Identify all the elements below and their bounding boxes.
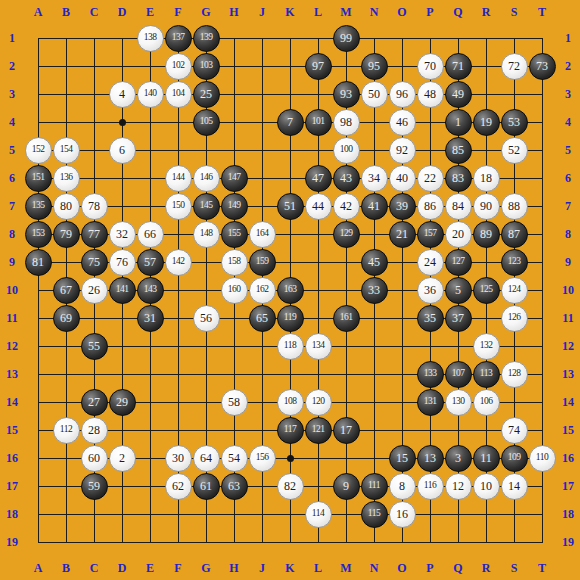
intersection-M18[interactable] bbox=[332, 500, 360, 528]
intersection-C13[interactable] bbox=[80, 360, 108, 388]
intersection-B1[interactable] bbox=[52, 24, 80, 52]
intersection-Q17[interactable]: 12 bbox=[444, 472, 472, 500]
intersection-L17[interactable] bbox=[304, 472, 332, 500]
intersection-R9[interactable] bbox=[472, 248, 500, 276]
intersection-P14[interactable]: 131 bbox=[416, 388, 444, 416]
intersection-E4[interactable] bbox=[136, 108, 164, 136]
intersection-J4[interactable] bbox=[248, 108, 276, 136]
intersection-T6[interactable] bbox=[528, 164, 556, 192]
intersection-P11[interactable]: 35 bbox=[416, 304, 444, 332]
intersection-G15[interactable] bbox=[192, 416, 220, 444]
intersection-T19[interactable] bbox=[528, 528, 556, 556]
intersection-K13[interactable] bbox=[276, 360, 304, 388]
intersection-H9[interactable]: 158 bbox=[220, 248, 248, 276]
intersection-B18[interactable] bbox=[52, 500, 80, 528]
intersection-P7[interactable]: 86 bbox=[416, 192, 444, 220]
intersection-J13[interactable] bbox=[248, 360, 276, 388]
intersection-O6[interactable]: 40 bbox=[388, 164, 416, 192]
intersection-E19[interactable] bbox=[136, 528, 164, 556]
intersection-T10[interactable] bbox=[528, 276, 556, 304]
intersection-C16[interactable]: 60 bbox=[80, 444, 108, 472]
intersection-T15[interactable] bbox=[528, 416, 556, 444]
intersection-Q18[interactable] bbox=[444, 500, 472, 528]
intersection-P19[interactable] bbox=[416, 528, 444, 556]
intersection-H11[interactable] bbox=[220, 304, 248, 332]
intersection-H19[interactable] bbox=[220, 528, 248, 556]
intersection-O15[interactable] bbox=[388, 416, 416, 444]
intersection-M2[interactable] bbox=[332, 52, 360, 80]
intersection-J7[interactable] bbox=[248, 192, 276, 220]
intersection-M19[interactable] bbox=[332, 528, 360, 556]
intersection-C9[interactable]: 75 bbox=[80, 248, 108, 276]
intersection-P8[interactable]: 157 bbox=[416, 220, 444, 248]
intersection-L1[interactable] bbox=[304, 24, 332, 52]
intersection-C7[interactable]: 78 bbox=[80, 192, 108, 220]
intersection-J19[interactable] bbox=[248, 528, 276, 556]
intersection-K16[interactable] bbox=[276, 444, 304, 472]
intersection-E16[interactable] bbox=[136, 444, 164, 472]
intersection-Q1[interactable] bbox=[444, 24, 472, 52]
intersection-N16[interactable] bbox=[360, 444, 388, 472]
intersection-F4[interactable] bbox=[164, 108, 192, 136]
intersection-Q19[interactable] bbox=[444, 528, 472, 556]
intersection-J8[interactable]: 164 bbox=[248, 220, 276, 248]
intersection-T18[interactable] bbox=[528, 500, 556, 528]
intersection-E17[interactable] bbox=[136, 472, 164, 500]
intersection-O1[interactable] bbox=[388, 24, 416, 52]
intersection-K14[interactable]: 108 bbox=[276, 388, 304, 416]
intersection-O8[interactable]: 21 bbox=[388, 220, 416, 248]
intersection-R6[interactable]: 18 bbox=[472, 164, 500, 192]
intersection-R12[interactable]: 132 bbox=[472, 332, 500, 360]
intersection-S9[interactable]: 123 bbox=[500, 248, 528, 276]
intersection-P6[interactable]: 22 bbox=[416, 164, 444, 192]
intersection-F12[interactable] bbox=[164, 332, 192, 360]
intersection-O2[interactable] bbox=[388, 52, 416, 80]
intersection-G7[interactable]: 145 bbox=[192, 192, 220, 220]
intersection-E11[interactable]: 31 bbox=[136, 304, 164, 332]
intersection-K18[interactable] bbox=[276, 500, 304, 528]
intersection-T5[interactable] bbox=[528, 136, 556, 164]
intersection-D19[interactable] bbox=[108, 528, 136, 556]
intersection-O4[interactable]: 46 bbox=[388, 108, 416, 136]
intersection-K4[interactable]: 7 bbox=[276, 108, 304, 136]
intersection-F8[interactable] bbox=[164, 220, 192, 248]
intersection-D4[interactable] bbox=[108, 108, 136, 136]
intersection-H16[interactable]: 54 bbox=[220, 444, 248, 472]
intersection-P15[interactable] bbox=[416, 416, 444, 444]
intersection-O11[interactable] bbox=[388, 304, 416, 332]
intersection-O3[interactable]: 96 bbox=[388, 80, 416, 108]
intersection-J5[interactable] bbox=[248, 136, 276, 164]
intersection-L11[interactable] bbox=[304, 304, 332, 332]
intersection-A18[interactable] bbox=[24, 500, 52, 528]
intersection-S4[interactable]: 53 bbox=[500, 108, 528, 136]
intersection-R8[interactable]: 89 bbox=[472, 220, 500, 248]
intersection-L12[interactable]: 134 bbox=[304, 332, 332, 360]
intersection-N5[interactable] bbox=[360, 136, 388, 164]
intersection-B6[interactable]: 136 bbox=[52, 164, 80, 192]
intersection-K11[interactable]: 119 bbox=[276, 304, 304, 332]
intersection-D18[interactable] bbox=[108, 500, 136, 528]
intersection-H3[interactable] bbox=[220, 80, 248, 108]
intersection-H2[interactable] bbox=[220, 52, 248, 80]
intersection-C11[interactable] bbox=[80, 304, 108, 332]
intersection-A12[interactable] bbox=[24, 332, 52, 360]
intersection-Q4[interactable]: 1 bbox=[444, 108, 472, 136]
intersection-Q10[interactable]: 5 bbox=[444, 276, 472, 304]
intersection-L16[interactable] bbox=[304, 444, 332, 472]
intersection-N18[interactable]: 115 bbox=[360, 500, 388, 528]
intersection-F16[interactable]: 30 bbox=[164, 444, 192, 472]
intersection-B12[interactable] bbox=[52, 332, 80, 360]
intersection-H12[interactable] bbox=[220, 332, 248, 360]
intersection-F10[interactable] bbox=[164, 276, 192, 304]
intersection-E14[interactable] bbox=[136, 388, 164, 416]
intersection-A10[interactable] bbox=[24, 276, 52, 304]
intersection-D3[interactable]: 4 bbox=[108, 80, 136, 108]
intersection-F13[interactable] bbox=[164, 360, 192, 388]
intersection-R2[interactable] bbox=[472, 52, 500, 80]
intersection-S10[interactable]: 124 bbox=[500, 276, 528, 304]
intersection-S6[interactable] bbox=[500, 164, 528, 192]
intersection-A5[interactable]: 152 bbox=[24, 136, 52, 164]
intersection-Q7[interactable]: 84 bbox=[444, 192, 472, 220]
intersection-F7[interactable]: 150 bbox=[164, 192, 192, 220]
intersection-P1[interactable] bbox=[416, 24, 444, 52]
intersection-P10[interactable]: 36 bbox=[416, 276, 444, 304]
intersection-A11[interactable] bbox=[24, 304, 52, 332]
intersection-Q2[interactable]: 71 bbox=[444, 52, 472, 80]
intersection-C12[interactable]: 55 bbox=[80, 332, 108, 360]
intersection-E9[interactable]: 57 bbox=[136, 248, 164, 276]
intersection-P17[interactable]: 116 bbox=[416, 472, 444, 500]
intersection-M5[interactable]: 100 bbox=[332, 136, 360, 164]
intersection-P13[interactable]: 133 bbox=[416, 360, 444, 388]
intersection-S5[interactable]: 52 bbox=[500, 136, 528, 164]
intersection-A6[interactable]: 151 bbox=[24, 164, 52, 192]
intersection-R10[interactable]: 125 bbox=[472, 276, 500, 304]
intersection-S3[interactable] bbox=[500, 80, 528, 108]
intersection-K19[interactable] bbox=[276, 528, 304, 556]
intersection-N1[interactable] bbox=[360, 24, 388, 52]
intersection-E2[interactable] bbox=[136, 52, 164, 80]
intersection-C10[interactable]: 26 bbox=[80, 276, 108, 304]
intersection-G3[interactable]: 25 bbox=[192, 80, 220, 108]
intersection-S19[interactable] bbox=[500, 528, 528, 556]
intersection-G14[interactable] bbox=[192, 388, 220, 416]
intersection-H4[interactable] bbox=[220, 108, 248, 136]
intersection-H14[interactable]: 58 bbox=[220, 388, 248, 416]
intersection-G16[interactable]: 64 bbox=[192, 444, 220, 472]
intersection-R4[interactable]: 19 bbox=[472, 108, 500, 136]
intersection-F1[interactable]: 137 bbox=[164, 24, 192, 52]
intersection-C8[interactable]: 77 bbox=[80, 220, 108, 248]
intersection-L10[interactable] bbox=[304, 276, 332, 304]
intersection-O7[interactable]: 39 bbox=[388, 192, 416, 220]
intersection-G12[interactable] bbox=[192, 332, 220, 360]
intersection-Q12[interactable] bbox=[444, 332, 472, 360]
intersection-A17[interactable] bbox=[24, 472, 52, 500]
intersection-F5[interactable] bbox=[164, 136, 192, 164]
intersection-N6[interactable]: 34 bbox=[360, 164, 388, 192]
intersection-T1[interactable] bbox=[528, 24, 556, 52]
intersection-B8[interactable]: 79 bbox=[52, 220, 80, 248]
intersection-B19[interactable] bbox=[52, 528, 80, 556]
intersection-D17[interactable] bbox=[108, 472, 136, 500]
intersection-H18[interactable] bbox=[220, 500, 248, 528]
intersection-G9[interactable] bbox=[192, 248, 220, 276]
intersection-H10[interactable]: 160 bbox=[220, 276, 248, 304]
intersection-B2[interactable] bbox=[52, 52, 80, 80]
intersection-C2[interactable] bbox=[80, 52, 108, 80]
intersection-C4[interactable] bbox=[80, 108, 108, 136]
intersection-J6[interactable] bbox=[248, 164, 276, 192]
intersection-M6[interactable]: 43 bbox=[332, 164, 360, 192]
intersection-D5[interactable]: 6 bbox=[108, 136, 136, 164]
intersection-R5[interactable] bbox=[472, 136, 500, 164]
intersection-B10[interactable]: 67 bbox=[52, 276, 80, 304]
intersection-Q9[interactable]: 127 bbox=[444, 248, 472, 276]
intersection-L4[interactable]: 101 bbox=[304, 108, 332, 136]
intersection-R15[interactable] bbox=[472, 416, 500, 444]
intersection-N8[interactable] bbox=[360, 220, 388, 248]
intersection-T4[interactable] bbox=[528, 108, 556, 136]
intersection-G17[interactable]: 61 bbox=[192, 472, 220, 500]
intersection-L6[interactable]: 47 bbox=[304, 164, 332, 192]
intersection-E8[interactable]: 66 bbox=[136, 220, 164, 248]
intersection-P5[interactable] bbox=[416, 136, 444, 164]
intersection-L8[interactable] bbox=[304, 220, 332, 248]
intersection-B17[interactable] bbox=[52, 472, 80, 500]
intersection-T3[interactable] bbox=[528, 80, 556, 108]
intersection-J10[interactable]: 162 bbox=[248, 276, 276, 304]
intersection-M7[interactable]: 42 bbox=[332, 192, 360, 220]
intersection-S7[interactable]: 88 bbox=[500, 192, 528, 220]
intersection-D2[interactable] bbox=[108, 52, 136, 80]
intersection-A4[interactable] bbox=[24, 108, 52, 136]
intersection-T16[interactable]: 110 bbox=[528, 444, 556, 472]
intersection-J11[interactable]: 65 bbox=[248, 304, 276, 332]
intersection-D11[interactable] bbox=[108, 304, 136, 332]
intersection-J17[interactable] bbox=[248, 472, 276, 500]
intersection-F3[interactable]: 104 bbox=[164, 80, 192, 108]
intersection-N7[interactable]: 41 bbox=[360, 192, 388, 220]
intersection-S1[interactable] bbox=[500, 24, 528, 52]
intersection-O5[interactable]: 92 bbox=[388, 136, 416, 164]
intersection-J12[interactable] bbox=[248, 332, 276, 360]
intersection-N2[interactable]: 95 bbox=[360, 52, 388, 80]
intersection-D14[interactable]: 29 bbox=[108, 388, 136, 416]
intersection-N19[interactable] bbox=[360, 528, 388, 556]
intersection-B3[interactable] bbox=[52, 80, 80, 108]
intersection-J14[interactable] bbox=[248, 388, 276, 416]
intersection-S2[interactable]: 72 bbox=[500, 52, 528, 80]
intersection-N15[interactable] bbox=[360, 416, 388, 444]
intersection-R17[interactable]: 10 bbox=[472, 472, 500, 500]
intersection-T7[interactable] bbox=[528, 192, 556, 220]
intersection-N10[interactable]: 33 bbox=[360, 276, 388, 304]
intersection-D6[interactable] bbox=[108, 164, 136, 192]
intersection-L5[interactable] bbox=[304, 136, 332, 164]
intersection-K9[interactable] bbox=[276, 248, 304, 276]
intersection-Q3[interactable]: 49 bbox=[444, 80, 472, 108]
intersection-E13[interactable] bbox=[136, 360, 164, 388]
intersection-N11[interactable] bbox=[360, 304, 388, 332]
intersection-T9[interactable] bbox=[528, 248, 556, 276]
intersection-R7[interactable]: 90 bbox=[472, 192, 500, 220]
intersection-L14[interactable]: 120 bbox=[304, 388, 332, 416]
intersection-D16[interactable]: 2 bbox=[108, 444, 136, 472]
intersection-O9[interactable] bbox=[388, 248, 416, 276]
intersection-R18[interactable] bbox=[472, 500, 500, 528]
intersection-A9[interactable]: 81 bbox=[24, 248, 52, 276]
intersection-Q15[interactable] bbox=[444, 416, 472, 444]
intersection-K8[interactable] bbox=[276, 220, 304, 248]
intersection-K5[interactable] bbox=[276, 136, 304, 164]
intersection-E6[interactable] bbox=[136, 164, 164, 192]
intersection-G19[interactable] bbox=[192, 528, 220, 556]
intersection-H6[interactable]: 147 bbox=[220, 164, 248, 192]
intersection-J2[interactable] bbox=[248, 52, 276, 80]
intersection-G18[interactable] bbox=[192, 500, 220, 528]
intersection-M1[interactable]: 99 bbox=[332, 24, 360, 52]
intersection-G2[interactable]: 103 bbox=[192, 52, 220, 80]
intersection-N12[interactable] bbox=[360, 332, 388, 360]
intersection-B7[interactable]: 80 bbox=[52, 192, 80, 220]
intersection-O17[interactable]: 8 bbox=[388, 472, 416, 500]
intersection-Q8[interactable]: 20 bbox=[444, 220, 472, 248]
intersection-K12[interactable]: 118 bbox=[276, 332, 304, 360]
intersection-D1[interactable] bbox=[108, 24, 136, 52]
intersection-B5[interactable]: 154 bbox=[52, 136, 80, 164]
intersection-N14[interactable] bbox=[360, 388, 388, 416]
intersection-N13[interactable] bbox=[360, 360, 388, 388]
intersection-D12[interactable] bbox=[108, 332, 136, 360]
intersection-H17[interactable]: 63 bbox=[220, 472, 248, 500]
intersection-L19[interactable] bbox=[304, 528, 332, 556]
intersection-R14[interactable]: 106 bbox=[472, 388, 500, 416]
intersection-O10[interactable] bbox=[388, 276, 416, 304]
intersection-M10[interactable] bbox=[332, 276, 360, 304]
intersection-A14[interactable] bbox=[24, 388, 52, 416]
intersection-O18[interactable]: 16 bbox=[388, 500, 416, 528]
intersection-S14[interactable] bbox=[500, 388, 528, 416]
intersection-M12[interactable] bbox=[332, 332, 360, 360]
intersection-M9[interactable] bbox=[332, 248, 360, 276]
intersection-E10[interactable]: 143 bbox=[136, 276, 164, 304]
intersection-M15[interactable]: 17 bbox=[332, 416, 360, 444]
intersection-R3[interactable] bbox=[472, 80, 500, 108]
intersection-L3[interactable] bbox=[304, 80, 332, 108]
intersection-C15[interactable]: 28 bbox=[80, 416, 108, 444]
intersection-B15[interactable]: 112 bbox=[52, 416, 80, 444]
intersection-F15[interactable] bbox=[164, 416, 192, 444]
intersection-H8[interactable]: 155 bbox=[220, 220, 248, 248]
intersection-C18[interactable] bbox=[80, 500, 108, 528]
intersection-C3[interactable] bbox=[80, 80, 108, 108]
intersection-H7[interactable]: 149 bbox=[220, 192, 248, 220]
intersection-K6[interactable] bbox=[276, 164, 304, 192]
intersection-L7[interactable]: 44 bbox=[304, 192, 332, 220]
intersection-Q14[interactable]: 130 bbox=[444, 388, 472, 416]
intersection-G5[interactable] bbox=[192, 136, 220, 164]
intersection-C1[interactable] bbox=[80, 24, 108, 52]
intersection-M3[interactable]: 93 bbox=[332, 80, 360, 108]
intersection-K17[interactable]: 82 bbox=[276, 472, 304, 500]
intersection-L13[interactable] bbox=[304, 360, 332, 388]
intersection-S8[interactable]: 87 bbox=[500, 220, 528, 248]
intersection-H13[interactable] bbox=[220, 360, 248, 388]
intersection-B16[interactable] bbox=[52, 444, 80, 472]
intersection-C17[interactable]: 59 bbox=[80, 472, 108, 500]
intersection-C19[interactable] bbox=[80, 528, 108, 556]
intersection-A3[interactable] bbox=[24, 80, 52, 108]
intersection-F6[interactable]: 144 bbox=[164, 164, 192, 192]
intersection-M16[interactable] bbox=[332, 444, 360, 472]
intersection-N4[interactable] bbox=[360, 108, 388, 136]
intersection-C6[interactable] bbox=[80, 164, 108, 192]
intersection-L2[interactable]: 97 bbox=[304, 52, 332, 80]
intersection-J18[interactable] bbox=[248, 500, 276, 528]
intersection-O12[interactable] bbox=[388, 332, 416, 360]
intersection-O14[interactable] bbox=[388, 388, 416, 416]
intersection-R16[interactable]: 11 bbox=[472, 444, 500, 472]
intersection-S13[interactable]: 128 bbox=[500, 360, 528, 388]
intersection-S17[interactable]: 14 bbox=[500, 472, 528, 500]
intersection-P2[interactable]: 70 bbox=[416, 52, 444, 80]
intersection-Q5[interactable]: 85 bbox=[444, 136, 472, 164]
intersection-J16[interactable]: 156 bbox=[248, 444, 276, 472]
intersection-T8[interactable] bbox=[528, 220, 556, 248]
intersection-A19[interactable] bbox=[24, 528, 52, 556]
intersection-Q6[interactable]: 83 bbox=[444, 164, 472, 192]
intersection-H15[interactable] bbox=[220, 416, 248, 444]
intersection-O19[interactable] bbox=[388, 528, 416, 556]
intersection-T12[interactable] bbox=[528, 332, 556, 360]
intersection-M8[interactable]: 129 bbox=[332, 220, 360, 248]
intersection-G6[interactable]: 146 bbox=[192, 164, 220, 192]
intersection-B13[interactable] bbox=[52, 360, 80, 388]
intersection-F11[interactable] bbox=[164, 304, 192, 332]
intersection-K2[interactable] bbox=[276, 52, 304, 80]
intersection-P3[interactable]: 48 bbox=[416, 80, 444, 108]
intersection-Q11[interactable]: 37 bbox=[444, 304, 472, 332]
intersection-P9[interactable]: 24 bbox=[416, 248, 444, 276]
intersection-G13[interactable] bbox=[192, 360, 220, 388]
intersection-M13[interactable] bbox=[332, 360, 360, 388]
intersection-F19[interactable] bbox=[164, 528, 192, 556]
intersection-P12[interactable] bbox=[416, 332, 444, 360]
intersection-E3[interactable]: 140 bbox=[136, 80, 164, 108]
intersection-A7[interactable]: 135 bbox=[24, 192, 52, 220]
intersection-K3[interactable] bbox=[276, 80, 304, 108]
intersection-G8[interactable]: 148 bbox=[192, 220, 220, 248]
intersection-C14[interactable]: 27 bbox=[80, 388, 108, 416]
intersection-D10[interactable]: 141 bbox=[108, 276, 136, 304]
intersection-L15[interactable]: 121 bbox=[304, 416, 332, 444]
intersection-L9[interactable] bbox=[304, 248, 332, 276]
intersection-J1[interactable] bbox=[248, 24, 276, 52]
intersection-J15[interactable] bbox=[248, 416, 276, 444]
intersection-O13[interactable] bbox=[388, 360, 416, 388]
intersection-M17[interactable]: 9 bbox=[332, 472, 360, 500]
intersection-D13[interactable] bbox=[108, 360, 136, 388]
intersection-M14[interactable] bbox=[332, 388, 360, 416]
intersection-E15[interactable] bbox=[136, 416, 164, 444]
intersection-F18[interactable] bbox=[164, 500, 192, 528]
intersection-D7[interactable] bbox=[108, 192, 136, 220]
